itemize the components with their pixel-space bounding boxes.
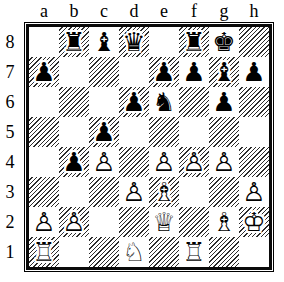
chess-board: ♜♝♛♜♚♟♟♟♝♟♟♞♟♟♟♟♙♟♙♟♙♟♙♟♙♝♗♟♙♟♙♟♙♛♕♝♗♚♔♜… — [29, 27, 269, 267]
piece-outline-layer: ♙ — [209, 147, 239, 177]
square-h1[interactable] — [239, 237, 269, 267]
black-king-piece: ♚ — [209, 27, 239, 57]
rank-label-5: 5 — [0, 117, 20, 147]
square-c6[interactable] — [89, 87, 119, 117]
piece-fill-layer: ♝ — [149, 177, 179, 207]
black-pawn-piece: ♟ — [119, 87, 149, 117]
square-f2[interactable] — [179, 207, 209, 237]
piece-fill-layer: ♟ — [149, 147, 179, 177]
square-f5[interactable] — [179, 117, 209, 147]
square-e3[interactable]: ♝♗ — [149, 177, 179, 207]
black-pawn-piece: ♟ — [179, 57, 209, 87]
square-a6[interactable] — [29, 87, 59, 117]
square-h6[interactable] — [239, 87, 269, 117]
file-label-c: c — [89, 0, 119, 22]
square-a5[interactable] — [29, 117, 59, 147]
square-a3[interactable] — [29, 177, 59, 207]
square-f1[interactable]: ♜♖ — [179, 237, 209, 267]
piece-outline-layer: ♙ — [149, 147, 179, 177]
square-h2[interactable]: ♚♔ — [239, 207, 269, 237]
white-knight-piece: ♞♘ — [119, 237, 149, 267]
square-b1[interactable] — [59, 237, 89, 267]
black-rook-piece: ♜ — [59, 27, 89, 57]
square-b4[interactable]: ♟ — [59, 147, 89, 177]
piece-fill-layer: ♜ — [29, 237, 59, 267]
square-a8[interactable] — [29, 27, 59, 57]
file-label-b: b — [59, 0, 89, 22]
white-bishop-piece: ♝♗ — [149, 177, 179, 207]
square-h7[interactable]: ♟ — [239, 57, 269, 87]
white-pawn-piece: ♟♙ — [239, 177, 269, 207]
piece-outline-layer: ♗ — [149, 177, 179, 207]
square-g3[interactable] — [209, 177, 239, 207]
square-f6[interactable] — [179, 87, 209, 117]
piece-outline-layer: ♙ — [29, 207, 59, 237]
piece-fill-layer: ♟ — [29, 207, 59, 237]
rank-label-8: 8 — [0, 27, 20, 57]
square-e1[interactable] — [149, 237, 179, 267]
square-h5[interactable] — [239, 117, 269, 147]
square-g4[interactable]: ♟♙ — [209, 147, 239, 177]
piece-fill-layer: ♟ — [239, 177, 269, 207]
piece-fill-layer: ♜ — [179, 237, 209, 267]
square-h4[interactable] — [239, 147, 269, 177]
rank-label-3: 3 — [0, 177, 20, 207]
square-c2[interactable] — [89, 207, 119, 237]
square-d3[interactable]: ♟♙ — [119, 177, 149, 207]
square-g1[interactable] — [209, 237, 239, 267]
square-e8[interactable] — [149, 27, 179, 57]
square-a7[interactable]: ♟ — [29, 57, 59, 87]
black-knight-piece: ♞ — [149, 87, 179, 117]
piece-outline-layer: ♙ — [179, 147, 209, 177]
black-bishop-piece: ♝ — [89, 27, 119, 57]
file-label-f: f — [179, 0, 209, 22]
square-b7[interactable] — [59, 57, 89, 87]
black-pawn-piece: ♟ — [59, 147, 89, 177]
piece-outline-layer: ♘ — [119, 237, 149, 267]
piece-fill-layer: ♟ — [209, 147, 239, 177]
piece-outline-layer: ♙ — [89, 147, 119, 177]
white-pawn-piece: ♟♙ — [119, 177, 149, 207]
board-frame: ♜♝♛♜♚♟♟♟♝♟♟♞♟♟♟♟♙♟♙♟♙♟♙♟♙♝♗♟♙♟♙♟♙♛♕♝♗♚♔♜… — [24, 22, 274, 272]
piece-fill-layer: ♟ — [59, 207, 89, 237]
rank-label-1: 1 — [0, 237, 20, 267]
square-g6[interactable]: ♟ — [209, 87, 239, 117]
white-pawn-piece: ♟♙ — [149, 147, 179, 177]
square-d8[interactable]: ♛ — [119, 27, 149, 57]
black-pawn-piece: ♟ — [89, 117, 119, 147]
piece-outline-layer: ♕ — [149, 207, 179, 237]
square-b2[interactable]: ♟♙ — [59, 207, 89, 237]
rank-label-2: 2 — [0, 207, 20, 237]
square-h3[interactable]: ♟♙ — [239, 177, 269, 207]
square-b3[interactable] — [59, 177, 89, 207]
square-e7[interactable]: ♟ — [149, 57, 179, 87]
piece-fill-layer: ♟ — [179, 147, 209, 177]
piece-fill-layer: ♝ — [209, 207, 239, 237]
file-label-a: a — [29, 0, 59, 22]
piece-fill-layer: ♛ — [149, 207, 179, 237]
piece-outline-layer: ♔ — [239, 207, 269, 237]
square-a2[interactable]: ♟♙ — [29, 207, 59, 237]
chess-diagram: abcdefgh 87654321 ♜♝♛♜♚♟♟♟♝♟♟♞♟♟♟♟♙♟♙♟♙♟… — [0, 0, 284, 282]
square-c3[interactable] — [89, 177, 119, 207]
square-f8[interactable]: ♜ — [179, 27, 209, 57]
piece-outline-layer: ♖ — [179, 237, 209, 267]
file-label-d: d — [119, 0, 149, 22]
rank-label-7: 7 — [0, 57, 20, 87]
rank-label-4: 4 — [0, 147, 20, 177]
square-b6[interactable] — [59, 87, 89, 117]
square-e4[interactable]: ♟♙ — [149, 147, 179, 177]
piece-fill-layer: ♚ — [239, 207, 269, 237]
square-a4[interactable] — [29, 147, 59, 177]
piece-fill-layer: ♟ — [89, 147, 119, 177]
square-c5[interactable]: ♟ — [89, 117, 119, 147]
white-pawn-piece: ♟♙ — [29, 207, 59, 237]
black-pawn-piece: ♟ — [149, 57, 179, 87]
piece-fill-layer: ♟ — [119, 177, 149, 207]
piece-fill-layer: ♞ — [119, 237, 149, 267]
piece-outline-layer: ♙ — [59, 207, 89, 237]
white-pawn-piece: ♟♙ — [59, 207, 89, 237]
white-pawn-piece: ♟♙ — [89, 147, 119, 177]
square-c1[interactable] — [89, 237, 119, 267]
square-g2[interactable]: ♝♗ — [209, 207, 239, 237]
square-d2[interactable] — [119, 207, 149, 237]
square-f4[interactable]: ♟♙ — [179, 147, 209, 177]
square-d5[interactable] — [119, 117, 149, 147]
square-g8[interactable]: ♚ — [209, 27, 239, 57]
white-rook-piece: ♜♖ — [29, 237, 59, 267]
square-g7[interactable]: ♝ — [209, 57, 239, 87]
piece-outline-layer: ♖ — [29, 237, 59, 267]
square-d7[interactable] — [119, 57, 149, 87]
file-label-g: g — [209, 0, 239, 22]
piece-outline-layer: ♗ — [209, 207, 239, 237]
square-b8[interactable]: ♜ — [59, 27, 89, 57]
black-pawn-piece: ♟ — [239, 57, 269, 87]
square-d6[interactable]: ♟ — [119, 87, 149, 117]
piece-outline-layer: ♙ — [119, 177, 149, 207]
square-f3[interactable] — [179, 177, 209, 207]
white-bishop-piece: ♝♗ — [209, 207, 239, 237]
square-c7[interactable] — [89, 57, 119, 87]
square-d4[interactable] — [119, 147, 149, 177]
square-e5[interactable] — [149, 117, 179, 147]
white-king-piece: ♚♔ — [239, 207, 269, 237]
square-e6[interactable]: ♞ — [149, 87, 179, 117]
white-rook-piece: ♜♖ — [179, 237, 209, 267]
file-label-h: h — [239, 0, 269, 22]
black-pawn-piece: ♟ — [209, 87, 239, 117]
white-pawn-piece: ♟♙ — [209, 147, 239, 177]
square-g5[interactable] — [209, 117, 239, 147]
square-a1[interactable]: ♜♖ — [29, 237, 59, 267]
square-h8[interactable] — [239, 27, 269, 57]
square-b5[interactable] — [59, 117, 89, 147]
square-f7[interactable]: ♟ — [179, 57, 209, 87]
black-rook-piece: ♜ — [179, 27, 209, 57]
white-queen-piece: ♛♕ — [149, 207, 179, 237]
square-c8[interactable]: ♝ — [89, 27, 119, 57]
square-c4[interactable]: ♟♙ — [89, 147, 119, 177]
rank-label-6: 6 — [0, 87, 20, 117]
piece-outline-layer: ♙ — [239, 177, 269, 207]
white-pawn-piece: ♟♙ — [179, 147, 209, 177]
black-queen-piece: ♛ — [119, 27, 149, 57]
file-label-e: e — [149, 0, 179, 22]
black-pawn-piece: ♟ — [29, 57, 59, 87]
black-bishop-piece: ♝ — [209, 57, 239, 87]
square-d1[interactable]: ♞♘ — [119, 237, 149, 267]
square-e2[interactable]: ♛♕ — [149, 207, 179, 237]
